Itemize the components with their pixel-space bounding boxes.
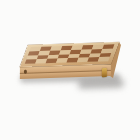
- board-square: [98, 57, 110, 62]
- fold-seam-line: [20, 70, 111, 74]
- drop-shadow-dark: [78, 79, 124, 89]
- brass-latch: [102, 68, 107, 77]
- checkerboard: [25, 44, 115, 64]
- product-photo-scene: [0, 0, 140, 140]
- screw-dot: [24, 70, 27, 74]
